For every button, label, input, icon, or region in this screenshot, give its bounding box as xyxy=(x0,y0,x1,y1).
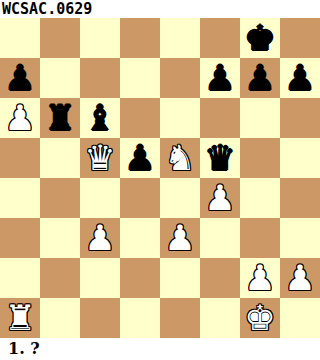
square-f1[interactable] xyxy=(200,298,240,338)
square-c1[interactable] xyxy=(80,298,120,338)
square-a4[interactable] xyxy=(0,178,40,218)
black-bishop[interactable]: ♝ xyxy=(84,98,115,138)
square-g5[interactable] xyxy=(240,138,280,178)
white-pawn[interactable]: ♟ xyxy=(84,218,115,258)
square-b2[interactable] xyxy=(40,258,80,298)
black-king[interactable]: ♚ xyxy=(244,18,275,58)
square-e8[interactable] xyxy=(160,18,200,58)
square-h8[interactable] xyxy=(280,18,320,58)
square-b4[interactable] xyxy=(40,178,80,218)
white-pawn[interactable]: ♟ xyxy=(204,178,235,218)
square-c3[interactable]: ♟ xyxy=(80,218,120,258)
square-f8[interactable] xyxy=(200,18,240,58)
move-prompt: 1. ? xyxy=(0,338,320,360)
square-h7[interactable]: ♟ xyxy=(280,58,320,98)
square-e5[interactable]: ♞ xyxy=(160,138,200,178)
white-rook[interactable]: ♜ xyxy=(4,298,35,338)
black-queen[interactable]: ♛ xyxy=(204,138,235,178)
square-e3[interactable]: ♟ xyxy=(160,218,200,258)
square-h3[interactable] xyxy=(280,218,320,258)
square-a7[interactable]: ♟ xyxy=(0,58,40,98)
square-b8[interactable] xyxy=(40,18,80,58)
square-c6[interactable]: ♝ xyxy=(80,98,120,138)
square-d4[interactable] xyxy=(120,178,160,218)
square-g1[interactable]: ♚ xyxy=(240,298,280,338)
square-c5[interactable]: ♛ xyxy=(80,138,120,178)
white-queen[interactable]: ♛ xyxy=(84,138,115,178)
square-a1[interactable]: ♜ xyxy=(0,298,40,338)
square-f4[interactable]: ♟ xyxy=(200,178,240,218)
square-e4[interactable] xyxy=(160,178,200,218)
black-pawn[interactable]: ♟ xyxy=(204,58,235,98)
square-a5[interactable] xyxy=(0,138,40,178)
square-a6[interactable]: ♟ xyxy=(0,98,40,138)
square-b5[interactable] xyxy=(40,138,80,178)
square-e7[interactable] xyxy=(160,58,200,98)
square-d1[interactable] xyxy=(120,298,160,338)
white-pawn[interactable]: ♟ xyxy=(164,218,195,258)
square-a3[interactable] xyxy=(0,218,40,258)
puzzle-title: WCSAC.0629 xyxy=(0,0,320,18)
square-d3[interactable] xyxy=(120,218,160,258)
square-g3[interactable] xyxy=(240,218,280,258)
square-e6[interactable] xyxy=(160,98,200,138)
square-g8[interactable]: ♚ xyxy=(240,18,280,58)
black-pawn[interactable]: ♟ xyxy=(284,58,315,98)
square-f3[interactable] xyxy=(200,218,240,258)
square-b7[interactable] xyxy=(40,58,80,98)
square-d5[interactable]: ♟ xyxy=(120,138,160,178)
black-pawn[interactable]: ♟ xyxy=(124,138,155,178)
square-c2[interactable] xyxy=(80,258,120,298)
square-d7[interactable] xyxy=(120,58,160,98)
square-g2[interactable]: ♟ xyxy=(240,258,280,298)
square-b3[interactable] xyxy=(40,218,80,258)
black-pawn[interactable]: ♟ xyxy=(244,58,275,98)
square-d8[interactable] xyxy=(120,18,160,58)
square-f2[interactable] xyxy=(200,258,240,298)
square-h4[interactable] xyxy=(280,178,320,218)
square-e2[interactable] xyxy=(160,258,200,298)
square-b6[interactable]: ♜ xyxy=(40,98,80,138)
white-knight[interactable]: ♞ xyxy=(164,138,195,178)
white-pawn[interactable]: ♟ xyxy=(284,258,315,298)
square-f6[interactable] xyxy=(200,98,240,138)
square-g6[interactable] xyxy=(240,98,280,138)
square-b1[interactable] xyxy=(40,298,80,338)
black-rook[interactable]: ♜ xyxy=(44,98,75,138)
white-king[interactable]: ♚ xyxy=(244,298,275,338)
square-d2[interactable] xyxy=(120,258,160,298)
white-pawn[interactable]: ♟ xyxy=(4,98,35,138)
square-c7[interactable] xyxy=(80,58,120,98)
square-d6[interactable] xyxy=(120,98,160,138)
square-g4[interactable] xyxy=(240,178,280,218)
square-c4[interactable] xyxy=(80,178,120,218)
square-h6[interactable] xyxy=(280,98,320,138)
chess-board: ♚♟♟♟♟♟♜♝♛♟♞♛♟♟♟♟♟♜♚ xyxy=(0,18,320,338)
chess-app-window: WCSAC.0629 ♚♟♟♟♟♟♜♝♛♟♞♛♟♟♟♟♟♜♚ 1. ? xyxy=(0,0,320,360)
square-a2[interactable] xyxy=(0,258,40,298)
square-e1[interactable] xyxy=(160,298,200,338)
square-f7[interactable]: ♟ xyxy=(200,58,240,98)
square-h1[interactable] xyxy=(280,298,320,338)
black-pawn[interactable]: ♟ xyxy=(4,58,35,98)
square-f5[interactable]: ♛ xyxy=(200,138,240,178)
white-pawn[interactable]: ♟ xyxy=(244,258,275,298)
square-g7[interactable]: ♟ xyxy=(240,58,280,98)
square-c8[interactable] xyxy=(80,18,120,58)
square-h2[interactable]: ♟ xyxy=(280,258,320,298)
square-h5[interactable] xyxy=(280,138,320,178)
square-a8[interactable] xyxy=(0,18,40,58)
